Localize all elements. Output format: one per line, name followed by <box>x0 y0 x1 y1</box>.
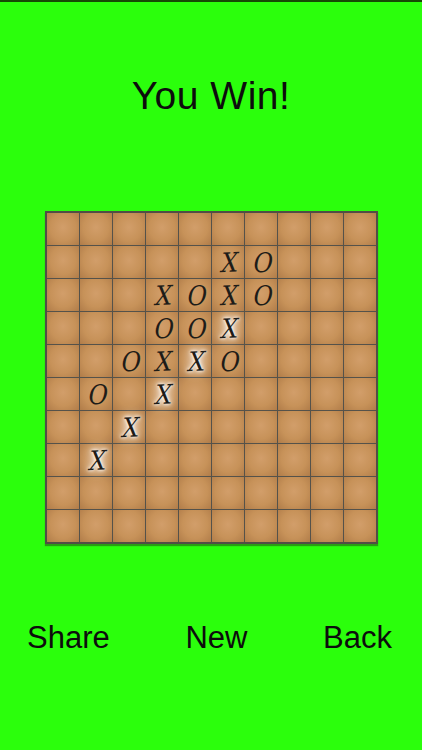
cell-r5c4[interactable] <box>179 378 211 410</box>
cell-r2c8[interactable] <box>311 279 343 311</box>
cell-r1c6[interactable]: O <box>245 246 277 278</box>
cell-r0c6[interactable] <box>245 213 277 245</box>
cell-r3c1[interactable] <box>80 312 112 344</box>
cell-r4c1[interactable] <box>80 345 112 377</box>
x-piece: X <box>219 281 237 309</box>
cell-r5c9[interactable] <box>344 378 376 410</box>
cell-r7c6[interactable] <box>245 444 277 476</box>
cell-r7c1[interactable]: X <box>80 444 112 476</box>
cell-r7c3[interactable] <box>146 444 178 476</box>
cell-r6c4[interactable] <box>179 411 211 443</box>
cell-r3c9[interactable] <box>344 312 376 344</box>
cell-r1c9[interactable] <box>344 246 376 278</box>
cell-r3c2[interactable] <box>113 312 145 344</box>
cell-r7c5[interactable] <box>212 444 244 476</box>
cell-r9c3[interactable] <box>146 510 178 542</box>
cell-r7c9[interactable] <box>344 444 376 476</box>
cell-r7c7[interactable] <box>278 444 310 476</box>
cell-r1c2[interactable] <box>113 246 145 278</box>
cell-r3c8[interactable] <box>311 312 343 344</box>
share-button[interactable]: Share <box>27 620 110 656</box>
cell-r4c0[interactable] <box>47 345 79 377</box>
cell-r9c5[interactable] <box>212 510 244 542</box>
cell-r2c7[interactable] <box>278 279 310 311</box>
cell-r9c4[interactable] <box>179 510 211 542</box>
new-game-button[interactable]: New <box>185 620 247 656</box>
cell-r6c7[interactable] <box>278 411 310 443</box>
cell-r8c5[interactable] <box>212 477 244 509</box>
cell-r2c3[interactable]: X <box>146 279 178 311</box>
cell-r0c7[interactable] <box>278 213 310 245</box>
cell-r0c0[interactable] <box>47 213 79 245</box>
cell-r9c9[interactable] <box>344 510 376 542</box>
cell-r2c1[interactable] <box>80 279 112 311</box>
cell-r2c4[interactable]: O <box>179 279 211 311</box>
cell-r2c2[interactable] <box>113 279 145 311</box>
cell-r5c8[interactable] <box>311 378 343 410</box>
cell-r6c8[interactable] <box>311 411 343 443</box>
cell-r9c8[interactable] <box>311 510 343 542</box>
cell-r0c2[interactable] <box>113 213 145 245</box>
cell-r1c1[interactable] <box>80 246 112 278</box>
cell-r8c7[interactable] <box>278 477 310 509</box>
x-piece: X <box>219 248 237 276</box>
cell-r6c0[interactable] <box>47 411 79 443</box>
cell-r9c7[interactable] <box>278 510 310 542</box>
cell-r5c3[interactable]: X <box>146 378 178 410</box>
cell-r6c9[interactable] <box>344 411 376 443</box>
cell-r5c1[interactable]: O <box>80 378 112 410</box>
cell-r0c3[interactable] <box>146 213 178 245</box>
cell-r3c7[interactable] <box>278 312 310 344</box>
cell-r6c2[interactable]: X <box>113 411 145 443</box>
x-piece: X <box>153 281 171 309</box>
o-piece: O <box>152 314 172 342</box>
cell-r6c5[interactable] <box>212 411 244 443</box>
x-piece: X <box>153 347 171 375</box>
cell-r5c2[interactable] <box>113 378 145 410</box>
cell-r3c4[interactable]: O <box>179 312 211 344</box>
cell-r8c0[interactable] <box>47 477 79 509</box>
cell-r2c0[interactable] <box>47 279 79 311</box>
o-piece: O <box>218 347 238 375</box>
cell-r0c4[interactable] <box>179 213 211 245</box>
o-piece: O <box>251 248 271 276</box>
cell-r4c2[interactable]: O <box>113 345 145 377</box>
cell-r3c5[interactable]: X <box>212 312 244 344</box>
cell-r4c9[interactable] <box>344 345 376 377</box>
cell-r4c3[interactable]: X <box>146 345 178 377</box>
cell-r7c0[interactable] <box>47 444 79 476</box>
cell-r9c2[interactable] <box>113 510 145 542</box>
cell-r1c3[interactable] <box>146 246 178 278</box>
x-piece: X <box>186 347 204 375</box>
cell-r3c0[interactable] <box>47 312 79 344</box>
o-piece: O <box>86 380 106 408</box>
cell-r8c8[interactable] <box>311 477 343 509</box>
cell-r4c6[interactable] <box>245 345 277 377</box>
cell-r2c9[interactable] <box>344 279 376 311</box>
cell-r4c7[interactable] <box>278 345 310 377</box>
cell-r7c8[interactable] <box>311 444 343 476</box>
cell-r8c4[interactable] <box>179 477 211 509</box>
x-piece: X <box>153 380 171 408</box>
o-piece: O <box>185 314 205 342</box>
cell-r5c6[interactable] <box>245 378 277 410</box>
x-piece: X <box>87 446 105 474</box>
cell-r8c9[interactable] <box>344 477 376 509</box>
cell-r7c2[interactable] <box>113 444 145 476</box>
cell-r6c6[interactable] <box>245 411 277 443</box>
top-hairline <box>0 0 422 2</box>
cell-r4c8[interactable] <box>311 345 343 377</box>
o-piece: O <box>119 347 139 375</box>
cell-r9c0[interactable] <box>47 510 79 542</box>
cell-r9c1[interactable] <box>80 510 112 542</box>
cell-r0c1[interactable] <box>80 213 112 245</box>
page-title: You Win! <box>0 74 422 118</box>
cell-r5c7[interactable] <box>278 378 310 410</box>
cell-r6c3[interactable] <box>146 411 178 443</box>
board: XOXOXOOOXOXXOOXXX <box>45 211 378 544</box>
cell-r8c1[interactable] <box>80 477 112 509</box>
cell-r1c8[interactable] <box>311 246 343 278</box>
x-piece: X <box>219 314 237 342</box>
cell-r0c9[interactable] <box>344 213 376 245</box>
cell-r1c5[interactable]: X <box>212 246 244 278</box>
cell-r3c3[interactable]: O <box>146 312 178 344</box>
cell-r0c5[interactable] <box>212 213 244 245</box>
x-piece: X <box>120 413 138 441</box>
button-bar: Share New Back <box>0 620 422 656</box>
cell-r8c6[interactable] <box>245 477 277 509</box>
cell-r0c8[interactable] <box>311 213 343 245</box>
cell-r3c6[interactable] <box>245 312 277 344</box>
cell-r2c5[interactable]: X <box>212 279 244 311</box>
win-screen: { "game": "Gomoku (five-in-a-row, 10x10 … <box>0 0 422 750</box>
cell-r9c6[interactable] <box>245 510 277 542</box>
cell-r1c0[interactable] <box>47 246 79 278</box>
cell-r5c0[interactable] <box>47 378 79 410</box>
o-piece: O <box>185 281 205 309</box>
back-button[interactable]: Back <box>323 620 392 656</box>
cell-r7c4[interactable] <box>179 444 211 476</box>
cell-r5c5[interactable] <box>212 378 244 410</box>
o-piece: O <box>251 281 271 309</box>
cell-r8c2[interactable] <box>113 477 145 509</box>
cell-r8c3[interactable] <box>146 477 178 509</box>
cell-r2c6[interactable]: O <box>245 279 277 311</box>
cell-r6c1[interactable] <box>80 411 112 443</box>
cell-r1c7[interactable] <box>278 246 310 278</box>
cell-r4c4[interactable]: X <box>179 345 211 377</box>
cell-r1c4[interactable] <box>179 246 211 278</box>
cell-r4c5[interactable]: O <box>212 345 244 377</box>
